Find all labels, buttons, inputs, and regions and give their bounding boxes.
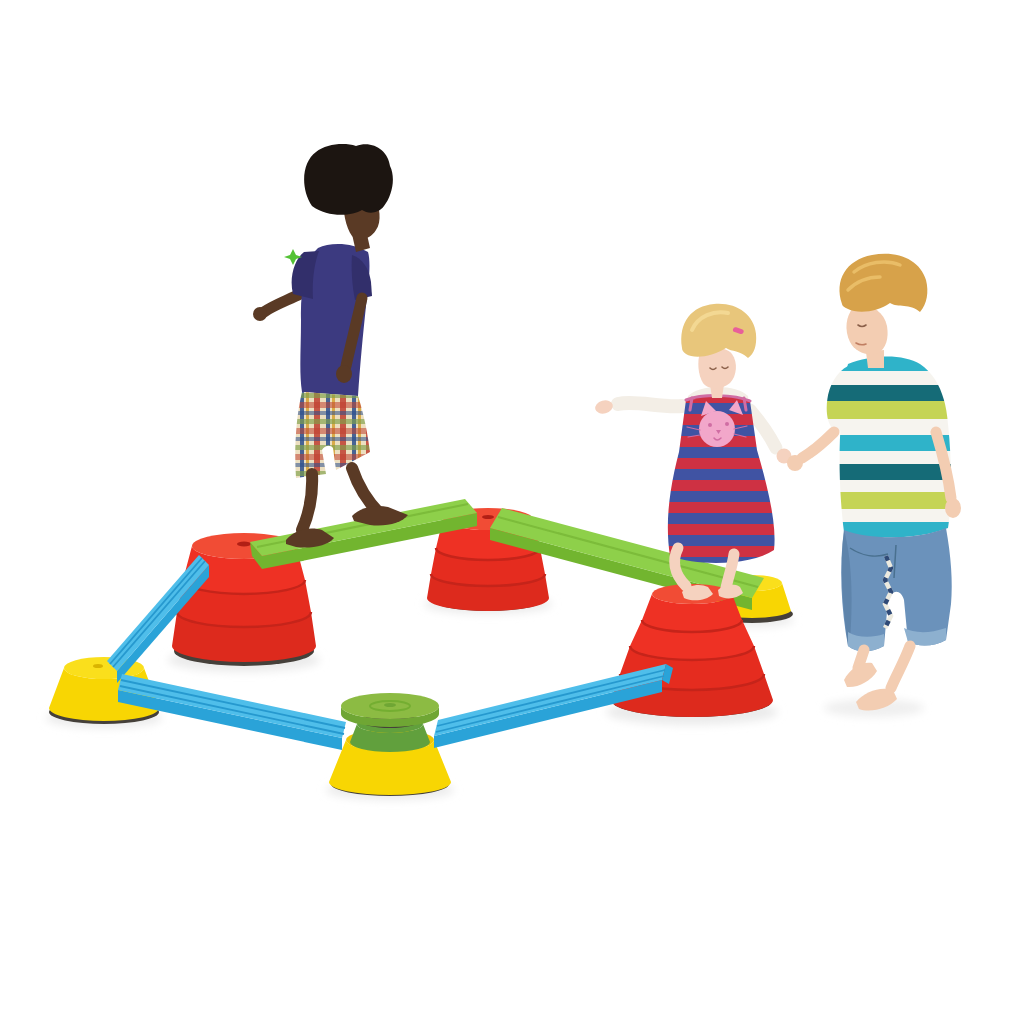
dome-left-hole (93, 664, 103, 668)
boy-right-jeans (841, 528, 952, 651)
boy-left-back-hand (253, 307, 267, 321)
wobble-disc-green (341, 693, 439, 727)
cat-eye-left (708, 423, 712, 427)
boy-left-hair (304, 144, 393, 215)
girl-dress-strap-right (744, 398, 746, 410)
boy-left-back-forearm (264, 294, 300, 312)
cat-eye-right (725, 422, 729, 426)
boy-right-left-forearm (802, 432, 834, 458)
girl-left-sleeve (618, 403, 682, 406)
stepper-left-hole (237, 542, 251, 547)
boy-right-left-sleeve (827, 366, 854, 432)
child-boy-left (253, 144, 408, 548)
boy-right-right-hand (945, 498, 961, 518)
boy-right-left-hand (787, 455, 803, 471)
stepper-center-hole (482, 515, 494, 519)
product-photo (0, 0, 1024, 1024)
boy-left-front-hand (336, 365, 352, 383)
wobble-disc-dimple (384, 703, 396, 707)
balance-course-scene (0, 0, 1024, 1024)
girl-dress-strap-left (690, 398, 692, 410)
child-boy-right (787, 254, 961, 711)
boy-left-back-leg (302, 474, 312, 530)
boy-right-face (846, 305, 887, 354)
boy-right-right-shin (891, 646, 910, 688)
cat-head (699, 411, 735, 447)
girl-left-hand (594, 398, 615, 415)
boy-left-shorts (295, 392, 370, 478)
boy-right-left-foot (844, 663, 877, 687)
